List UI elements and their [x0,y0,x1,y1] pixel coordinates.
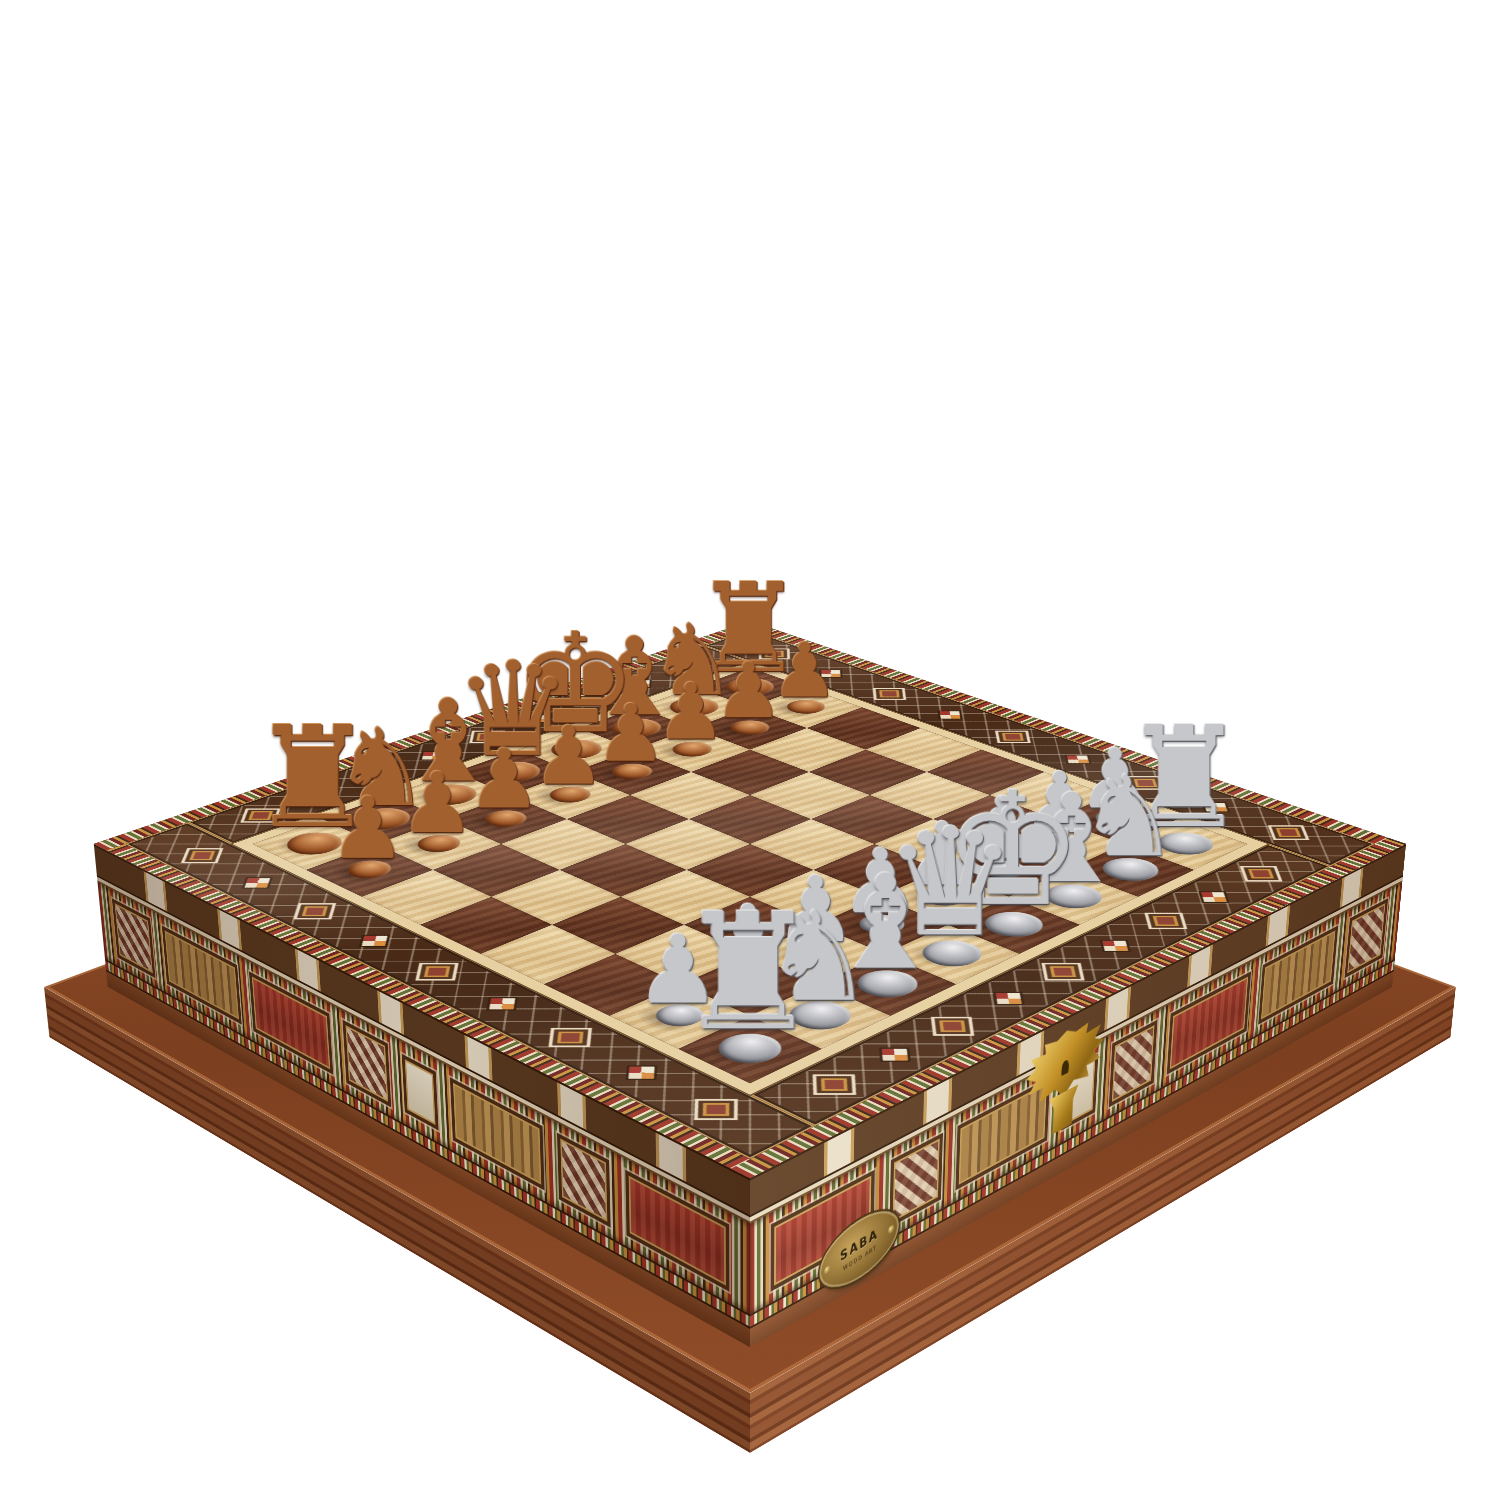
star-inlay-icon [527,714,552,723]
inlay-panel-checker [892,1139,939,1222]
diamond-inlay-icon [574,695,608,707]
diamond-inlay-icon [469,731,505,743]
scene: SABA WOOD ART ♜♟♞♟♝♟♚♟♛♟♝♟♟♞♜♟♟♜♞♟♟♝♟♚♟♛… [0,0,1500,1500]
inlay-panel-checker [1347,903,1385,973]
diamond-inlay-icon [995,731,1031,743]
inlay-panel-checker [114,903,152,973]
star-inlay-icon [938,711,963,720]
rivet-icon [888,1224,894,1234]
star-inlay-icon [628,680,652,688]
diamond-inlay-icon [1268,825,1310,839]
inlay-panel-checker [561,1139,608,1222]
diamond-inlay-icon [672,661,704,672]
inlay-panel-checker [346,1025,389,1102]
piece-glyph: ♜ [656,896,841,1049]
piece-glyph: ♟ [286,789,449,870]
inlay-panel-white [405,1059,436,1125]
rivet-icon [824,1265,830,1276]
diamond-inlay-icon [873,688,906,700]
diamond-inlay-icon [759,649,790,660]
star-inlay-icon [819,670,842,678]
chess-box: SABA WOOD ART ♜♟♞♟♝♟♚♟♛♟♝♟♟♞♜♟♟♜♞♟♟♝♟♚♟♛… [94,621,1406,1179]
inlay-panel-checker [1112,1025,1155,1102]
